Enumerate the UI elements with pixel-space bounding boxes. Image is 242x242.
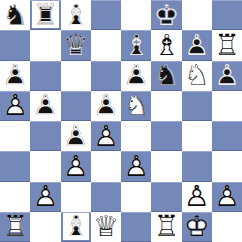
- square-h5[interactable]: [212, 91, 242, 121]
- queen-glyph-fill: ♛: [91, 212, 121, 242]
- rook-glyph-fill: ♜: [212, 30, 242, 60]
- square-a7[interactable]: [0, 30, 30, 60]
- square-b7[interactable]: [30, 30, 60, 60]
- piece-white-pawn[interactable]: ♟♙: [30, 182, 60, 212]
- piece-black-pawn[interactable]: ♟♙: [30, 91, 60, 121]
- square-e8[interactable]: [121, 0, 151, 30]
- pawn-glyph-fill: ♟: [0, 61, 30, 91]
- piece-black-knight[interactable]: ♞♘: [0, 0, 30, 30]
- knight-glyph-fill: ♞: [182, 61, 212, 91]
- piece-black-pawn[interactable]: ♟♙: [121, 61, 151, 91]
- piece-black-pawn[interactable]: ♟♙: [182, 30, 212, 60]
- pawn-glyph-outline: ♙: [0, 61, 30, 91]
- piece-black-pawn[interactable]: ♟♙: [212, 61, 242, 91]
- knight-glyph-outline: ♘: [121, 91, 151, 121]
- square-b4[interactable]: [30, 121, 60, 151]
- square-d4[interactable]: ♟♙: [91, 121, 121, 151]
- square-b6[interactable]: [30, 61, 60, 91]
- square-f1[interactable]: ♜♖: [151, 212, 181, 242]
- square-c3[interactable]: ♟♙: [61, 151, 91, 181]
- square-g6[interactable]: ♞♘: [182, 61, 212, 91]
- square-b5[interactable]: ♟♙: [30, 91, 60, 121]
- rook-glyph-outline: ♖: [151, 212, 181, 242]
- square-d5[interactable]: ♟♙: [91, 91, 121, 121]
- bishop-glyph-fill: ♝: [151, 30, 181, 60]
- square-e7[interactable]: ♝♗: [121, 30, 151, 60]
- bishop-glyph-outline: ♗: [151, 30, 181, 60]
- pawn-glyph-fill: ♟: [30, 91, 60, 121]
- pawn-glyph-fill: ♟: [212, 61, 242, 91]
- bishop-glyph-outline: ♗: [121, 30, 151, 60]
- pawn-glyph-outline: ♙: [61, 121, 91, 151]
- square-g2[interactable]: ♟♙: [182, 182, 212, 212]
- rook-glyph-outline: ♖: [0, 212, 30, 242]
- king-glyph-outline: ♔: [151, 0, 181, 30]
- pawn-glyph-fill: ♟: [121, 151, 151, 181]
- piece-white-pawn[interactable]: ♟♙: [182, 182, 212, 212]
- square-a4[interactable]: [0, 121, 30, 151]
- square-d3[interactable]: [91, 151, 121, 181]
- square-f2[interactable]: [151, 182, 181, 212]
- piece-white-pawn[interactable]: ♟♙: [0, 91, 30, 121]
- square-f6[interactable]: ♞♘: [151, 61, 181, 91]
- square-h8[interactable]: [212, 0, 242, 30]
- pawn-glyph-outline: ♙: [182, 182, 212, 212]
- king-glyph-fill: ♚: [151, 0, 181, 30]
- square-e3[interactable]: ♟♙: [121, 151, 151, 181]
- piece-white-knight[interactable]: ♞♘: [182, 61, 212, 91]
- square-c5[interactable]: [61, 91, 91, 121]
- pawn-glyph-outline: ♙: [91, 91, 121, 121]
- piece-white-knight[interactable]: ♞♘: [121, 91, 151, 121]
- knight-glyph-fill: ♞: [0, 0, 30, 30]
- pawn-glyph-outline: ♙: [182, 30, 212, 60]
- bishop-glyph-outline: ♗: [61, 212, 91, 242]
- knight-glyph-outline: ♘: [182, 61, 212, 91]
- pawn-glyph-outline: ♙: [121, 151, 151, 181]
- square-g7[interactable]: ♟♙: [182, 30, 212, 60]
- square-b3[interactable]: [30, 151, 60, 181]
- bishop-glyph-fill: ♝: [61, 212, 91, 242]
- pawn-glyph-fill: ♟: [182, 30, 212, 60]
- square-h3[interactable]: [212, 151, 242, 181]
- pawn-glyph-fill: ♟: [212, 182, 242, 212]
- king-glyph-outline: ♔: [182, 212, 212, 242]
- knight-glyph-outline: ♘: [0, 0, 30, 30]
- square-f4[interactable]: [151, 121, 181, 151]
- pawn-glyph-fill: ♟: [91, 121, 121, 151]
- piece-white-pawn[interactable]: ♟♙: [121, 151, 151, 181]
- pawn-glyph-fill: ♟: [30, 182, 60, 212]
- square-g5[interactable]: [182, 91, 212, 121]
- piece-black-knight[interactable]: ♞♘: [151, 61, 181, 91]
- square-b1[interactable]: [30, 212, 60, 242]
- square-g1[interactable]: ♚♔: [182, 212, 212, 242]
- square-d2[interactable]: [91, 182, 121, 212]
- piece-black-pawn[interactable]: ♟♙: [0, 61, 30, 91]
- square-c2[interactable]: [61, 182, 91, 212]
- piece-white-rook[interactable]: ♜♖: [0, 212, 30, 242]
- square-h6[interactable]: ♟♙: [212, 61, 242, 91]
- square-a8[interactable]: ♞♘: [0, 0, 30, 30]
- pawn-glyph-fill: ♟: [61, 121, 91, 151]
- square-e5[interactable]: ♞♘: [121, 91, 151, 121]
- square-d6[interactable]: [91, 61, 121, 91]
- pawn-glyph-outline: ♙: [30, 91, 60, 121]
- knight-glyph-fill: ♞: [121, 91, 151, 121]
- pawn-glyph-fill: ♟: [121, 61, 151, 91]
- rook-glyph-outline: ♖: [30, 0, 60, 30]
- pawn-glyph-outline: ♙: [30, 182, 60, 212]
- knight-glyph-fill: ♞: [151, 61, 181, 91]
- pawn-glyph-fill: ♟: [0, 91, 30, 121]
- square-e4[interactable]: [121, 121, 151, 151]
- pawn-glyph-outline: ♙: [212, 61, 242, 91]
- rook-glyph-fill: ♜: [0, 212, 30, 242]
- queen-glyph-fill: ♛: [61, 30, 91, 60]
- square-a2[interactable]: [0, 182, 30, 212]
- square-c8[interactable]: ♝♗: [61, 0, 91, 30]
- square-a6[interactable]: ♟♙: [0, 61, 30, 91]
- chess-board: ♞♘♜♖♝♗♚♔♛♕♝♗♝♗♟♙♜♖♟♙♟♙♞♘♞♘♟♙♟♙♟♙♟♙♞♘♟♙♟♙…: [0, 0, 242, 242]
- square-b8[interactable]: ♜♖: [30, 0, 60, 30]
- square-a3[interactable]: [0, 151, 30, 181]
- queen-glyph-outline: ♕: [91, 212, 121, 242]
- rook-glyph-fill: ♜: [151, 212, 181, 242]
- piece-white-queen[interactable]: ♛♕: [91, 212, 121, 242]
- piece-white-rook[interactable]: ♜♖: [151, 212, 181, 242]
- piece-white-bishop[interactable]: ♝♗: [151, 30, 181, 60]
- square-d8[interactable]: [91, 0, 121, 30]
- square-c1[interactable]: ♝♗: [61, 212, 91, 242]
- square-e1[interactable]: [121, 212, 151, 242]
- queen-glyph-outline: ♕: [61, 30, 91, 60]
- square-g3[interactable]: [182, 151, 212, 181]
- pawn-glyph-outline: ♙: [0, 91, 30, 121]
- piece-white-rook[interactable]: ♜♖: [212, 30, 242, 60]
- piece-black-queen[interactable]: ♛♕: [61, 30, 91, 60]
- square-h4[interactable]: [212, 121, 242, 151]
- piece-black-bishop[interactable]: ♝♗: [121, 30, 151, 60]
- bishop-glyph-fill: ♝: [61, 0, 91, 30]
- square-e2[interactable]: [121, 182, 151, 212]
- pawn-glyph-fill: ♟: [91, 91, 121, 121]
- rook-glyph-fill: ♜: [30, 0, 60, 30]
- square-e6[interactable]: ♟♙: [121, 61, 151, 91]
- square-f3[interactable]: [151, 151, 181, 181]
- king-glyph-fill: ♚: [182, 212, 212, 242]
- piece-white-pawn[interactable]: ♟♙: [91, 121, 121, 151]
- piece-white-pawn[interactable]: ♟♙: [61, 151, 91, 181]
- pawn-glyph-fill: ♟: [61, 151, 91, 181]
- piece-black-rook[interactable]: ♜♖: [30, 0, 60, 30]
- pawn-glyph-outline: ♙: [91, 121, 121, 151]
- piece-black-pawn[interactable]: ♟♙: [61, 121, 91, 151]
- square-h2[interactable]: ♟♙: [212, 182, 242, 212]
- square-c7[interactable]: ♛♕: [61, 30, 91, 60]
- square-a5[interactable]: ♟♙: [0, 91, 30, 121]
- piece-black-king[interactable]: ♚♔: [151, 0, 181, 30]
- bishop-glyph-fill: ♝: [121, 30, 151, 60]
- square-d1[interactable]: ♛♕: [91, 212, 121, 242]
- pawn-glyph-fill: ♟: [182, 182, 212, 212]
- square-c4[interactable]: ♟♙: [61, 121, 91, 151]
- square-c6[interactable]: [61, 61, 91, 91]
- square-f7[interactable]: ♝♗: [151, 30, 181, 60]
- square-g4[interactable]: [182, 121, 212, 151]
- square-h1[interactable]: [212, 212, 242, 242]
- piece-black-pawn[interactable]: ♟♙: [91, 91, 121, 121]
- bishop-glyph-outline: ♗: [61, 0, 91, 30]
- square-d7[interactable]: [91, 30, 121, 60]
- piece-black-bishop[interactable]: ♝♗: [61, 0, 91, 30]
- square-f8[interactable]: ♚♔: [151, 0, 181, 30]
- pawn-glyph-outline: ♙: [212, 182, 242, 212]
- piece-black-bishop[interactable]: ♝♗: [61, 212, 91, 242]
- pawn-glyph-outline: ♙: [121, 61, 151, 91]
- square-a1[interactable]: ♜♖: [0, 212, 30, 242]
- rook-glyph-outline: ♖: [212, 30, 242, 60]
- knight-glyph-outline: ♘: [151, 61, 181, 91]
- square-g8[interactable]: [182, 0, 212, 30]
- piece-white-pawn[interactable]: ♟♙: [212, 182, 242, 212]
- square-b2[interactable]: ♟♙: [30, 182, 60, 212]
- square-f5[interactable]: [151, 91, 181, 121]
- pawn-glyph-outline: ♙: [61, 151, 91, 181]
- square-h7[interactable]: ♜♖: [212, 30, 242, 60]
- piece-white-king[interactable]: ♚♔: [182, 212, 212, 242]
